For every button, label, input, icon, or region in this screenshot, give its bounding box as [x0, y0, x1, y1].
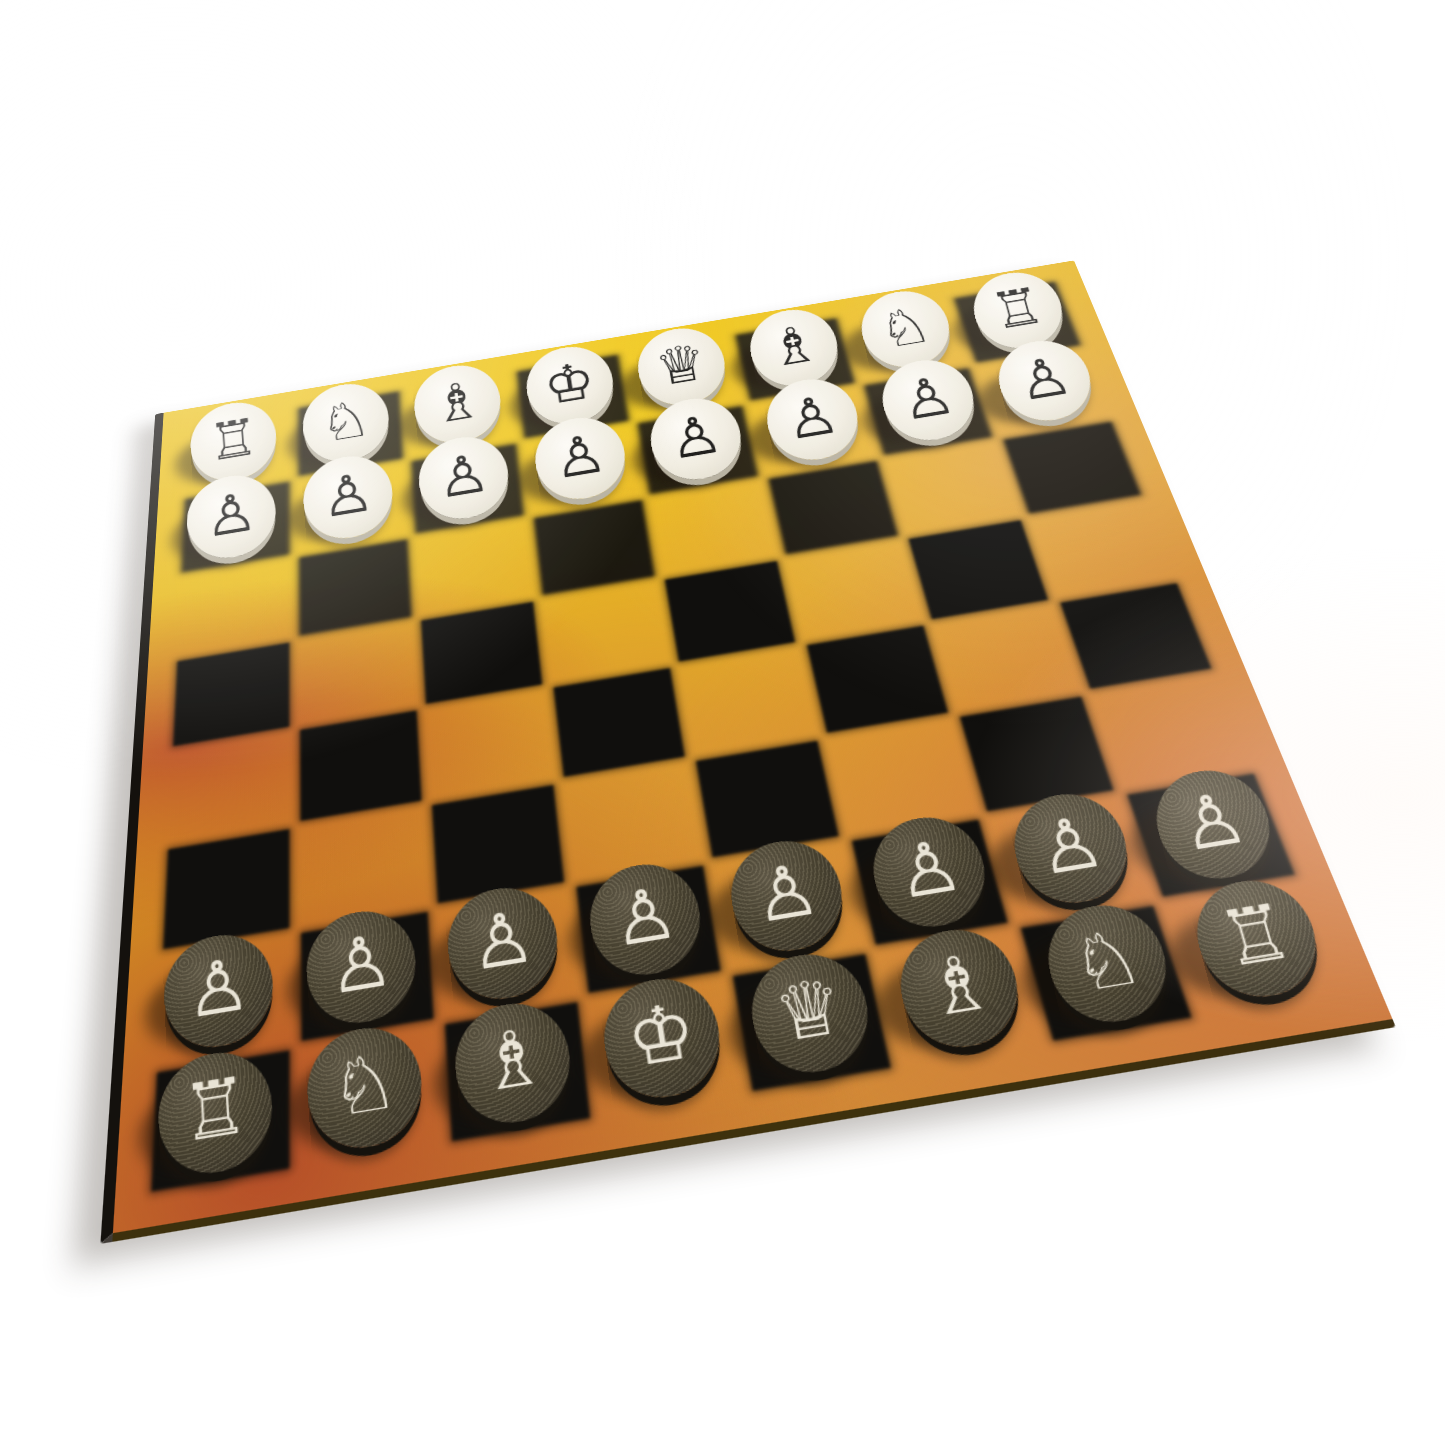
knight-glyph: ♘: [318, 392, 373, 450]
dark-square-paint: [696, 741, 839, 858]
dark-square-paint: [665, 561, 795, 662]
square-d8[interactable]: ♕: [727, 949, 898, 1095]
knight-glyph: ♘: [1064, 918, 1149, 1004]
square-g8[interactable]: ♘: [296, 1021, 447, 1171]
pawn-glyph: ♙: [665, 407, 726, 467]
piece-black-pawn-b7[interactable]: ♙: [1004, 786, 1139, 911]
bishop-glyph: ♗: [429, 373, 485, 431]
queen-glyph: ♕: [652, 336, 711, 393]
square-h5[interactable]: [163, 728, 295, 847]
dark-square-paint: [299, 539, 411, 635]
queen-glyph: ♕: [770, 967, 850, 1054]
square-d5[interactable]: [674, 644, 822, 759]
dark-square-paint: [960, 697, 1114, 812]
dark-square-paint: [553, 668, 684, 777]
pawn-glyph: ♙: [780, 387, 843, 447]
pawn-glyph: ♙: [319, 465, 376, 526]
dark-square-paint: [163, 829, 289, 949]
square-f7[interactable]: ♙: [433, 884, 583, 1021]
dark-square-paint: [173, 642, 289, 746]
chess-board: ♖♘♗♔♕♗♘♖♙♙♙♙♙♙♙♙♙♙♙♙♙♙♙♙♖♘♗♔♕♗♘♖: [100, 260, 1395, 1243]
pawn-glyph: ♙: [608, 877, 682, 958]
bishop-glyph: ♗: [475, 1017, 550, 1104]
square-h8[interactable]: ♖: [145, 1045, 296, 1196]
knight-glyph: ♘: [874, 299, 936, 356]
pawn-glyph: ♙: [185, 947, 253, 1029]
rook-glyph: ♖: [207, 411, 260, 469]
rook-glyph: ♖: [986, 280, 1049, 337]
pawn-glyph: ♙: [1030, 806, 1111, 886]
dark-square-paint: [1060, 584, 1211, 690]
dark-square-paint: [300, 711, 422, 822]
square-e8[interactable]: ♔: [583, 973, 747, 1120]
square-g2[interactable]: ♙: [294, 460, 411, 556]
rook-glyph: ♖: [180, 1066, 251, 1154]
bishop-glyph: ♗: [763, 318, 823, 375]
pawn-glyph: ♙: [467, 900, 539, 982]
pawn-glyph: ♙: [1011, 349, 1077, 409]
dark-square-paint: [421, 601, 542, 703]
dark-square-paint: [807, 626, 948, 733]
board-surface: ♖♘♗♔♕♗♘♖♙♙♙♙♙♙♙♙♙♙♙♙♙♙♙♙♖♘♗♔♕♗♘♖: [113, 260, 1393, 1233]
pawn-glyph: ♙: [204, 484, 259, 545]
pawn-glyph: ♙: [896, 368, 960, 428]
rook-glyph: ♖: [1212, 893, 1300, 978]
pawn-glyph: ♙: [326, 924, 396, 1006]
dark-square-paint: [432, 785, 564, 903]
king-glyph: ♔: [622, 992, 700, 1079]
pawn-glyph: ♙: [550, 426, 610, 487]
pawn-glyph: ♙: [748, 853, 824, 934]
pawn-glyph: ♙: [434, 445, 492, 506]
photo-background: ♖♘♗♔♕♗♘♖♙♙♙♙♙♙♙♙♙♙♙♙♙♙♙♙♖♘♗♔♕♗♘♖: [0, 0, 1445, 1445]
knight-glyph: ♘: [328, 1041, 401, 1129]
bishop-glyph: ♗: [917, 943, 1000, 1029]
dark-square-paint: [534, 500, 655, 595]
square-d7[interactable]: ♙: [708, 838, 871, 973]
square-e4[interactable]: [538, 578, 674, 686]
square-f4[interactable]: [416, 598, 548, 707]
dark-square-paint: [909, 520, 1049, 619]
square-a4[interactable]: [1025, 496, 1181, 601]
pawn-glyph: ♙: [889, 830, 968, 911]
square-f8[interactable]: ♗: [439, 997, 597, 1146]
pawn-glyph: ♙: [1171, 783, 1254, 863]
king-glyph: ♔: [541, 355, 599, 413]
